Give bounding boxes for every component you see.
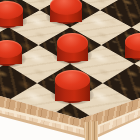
checker-piece-red[interactable] <box>57 33 88 63</box>
board-photo-scene <box>0 0 140 140</box>
checker-piece-red[interactable] <box>0 1 23 28</box>
board-corner-leg <box>82 121 98 140</box>
piece-top-face <box>57 33 88 53</box>
checker-piece-red[interactable] <box>55 70 90 103</box>
checker-piece-red[interactable] <box>50 0 82 24</box>
checker-piece-red[interactable] <box>125 33 140 60</box>
piece-top-face <box>55 70 90 90</box>
checker-piece-red[interactable] <box>0 40 22 66</box>
